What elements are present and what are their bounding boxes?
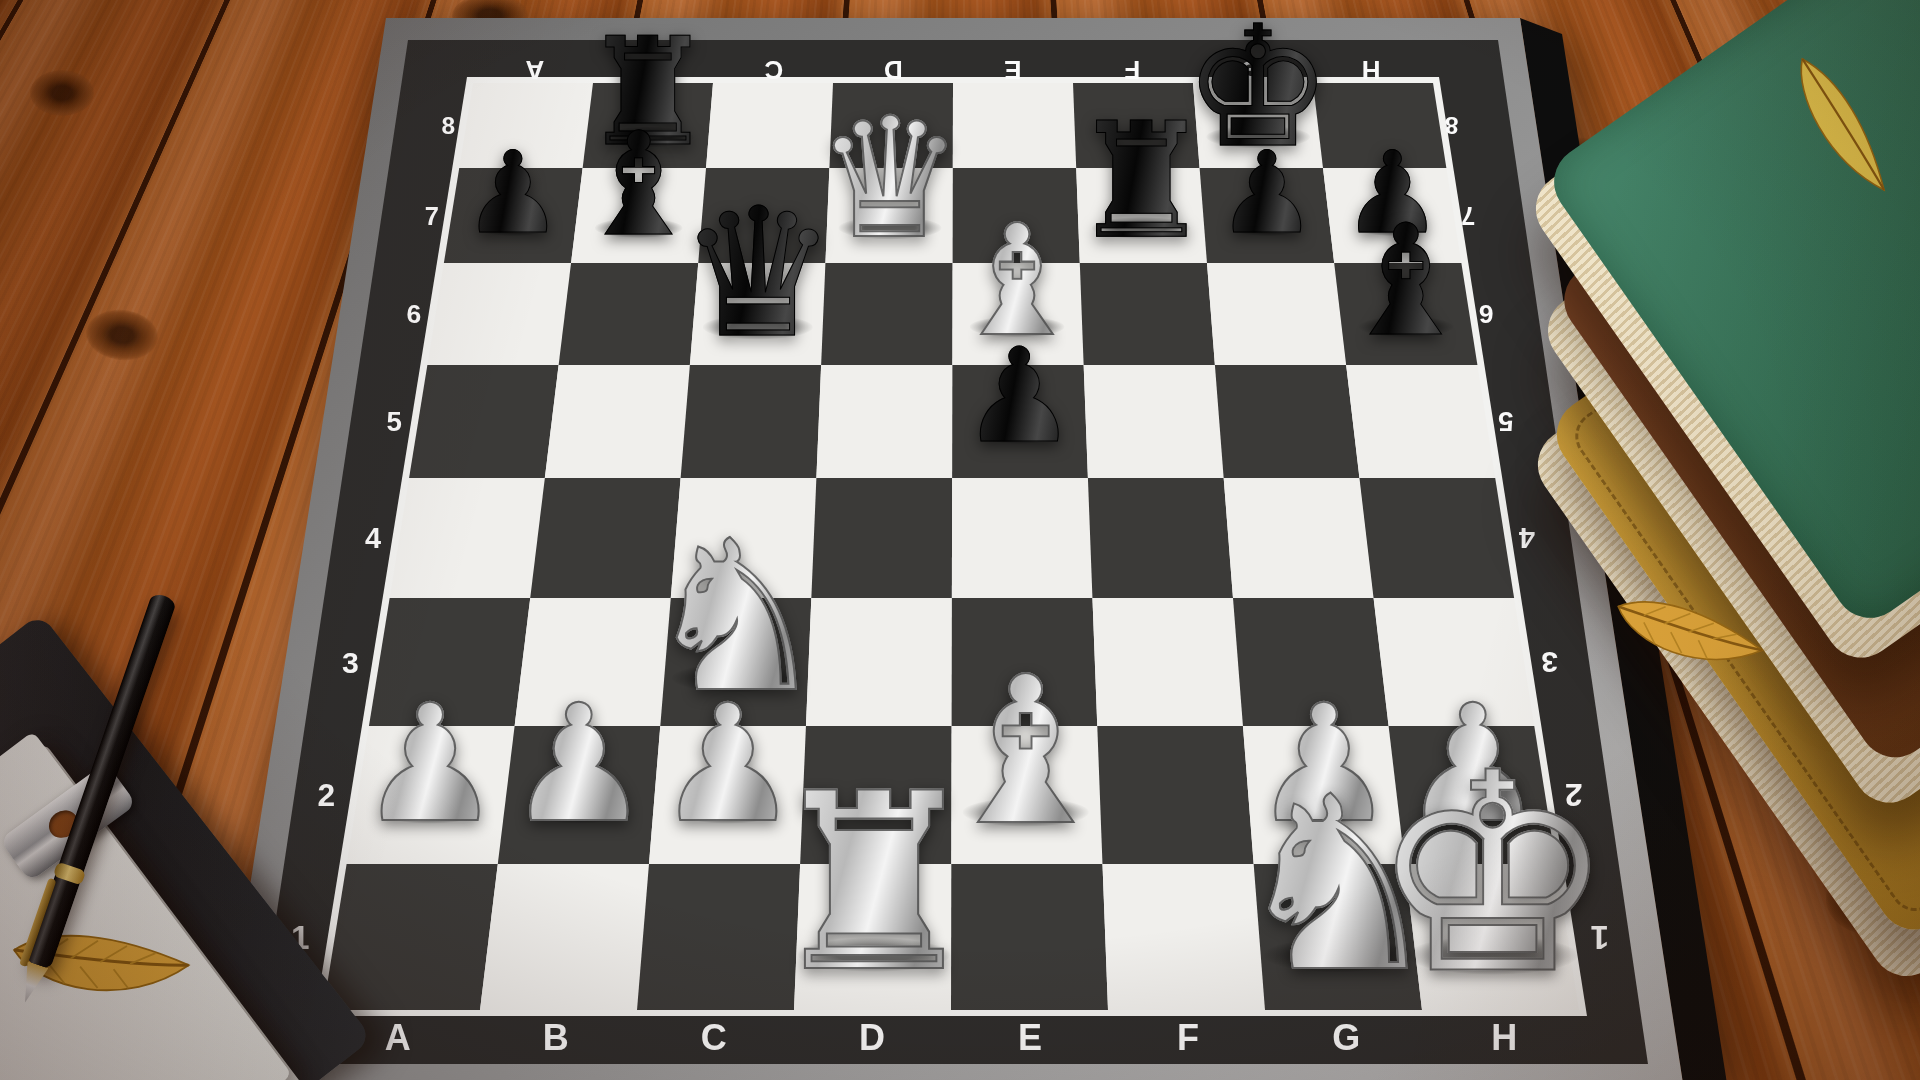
scene: ABCDEFGHABCDEFGH8765432187654321 ♜♚♟♝♜♟♟… bbox=[0, 0, 1920, 1080]
piece-black-pawn-a7[interactable]: ♟ bbox=[462, 137, 563, 250]
piece-black-pawn-e5[interactable]: ♟ bbox=[961, 331, 1078, 461]
piece-black-bishop-h6[interactable]: ♝ bbox=[1338, 205, 1475, 358]
piece-white-pawn-a2[interactable]: ♟ bbox=[357, 683, 502, 845]
piece-white-king-h1[interactable]: ♚ bbox=[1369, 738, 1616, 1013]
piece-black-queen-c6[interactable]: ♛ bbox=[678, 185, 838, 363]
piece-black-pawn-g7[interactable]: ♟ bbox=[1216, 137, 1317, 250]
piece-white-pawn-b2[interactable]: ♟ bbox=[506, 683, 651, 845]
piece-black-rook-f7[interactable]: ♜ bbox=[1070, 101, 1213, 260]
piece-white-rook-d1[interactable]: ♜ bbox=[764, 761, 984, 1006]
pen-gold-ring bbox=[53, 862, 86, 886]
